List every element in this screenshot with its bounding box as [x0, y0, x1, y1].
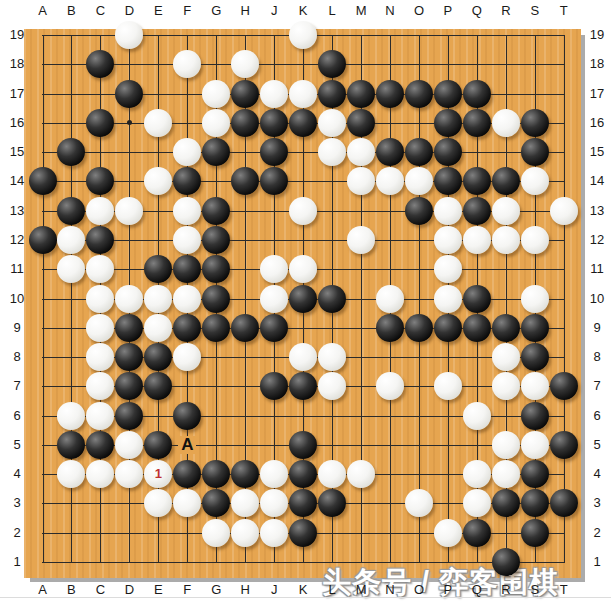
white-stone	[521, 285, 549, 313]
grid-line-vertical	[43, 35, 44, 563]
white-stone	[492, 226, 520, 254]
col-label-bottom: B	[61, 582, 81, 597]
black-stone	[434, 314, 462, 342]
black-stone	[550, 431, 578, 459]
white-stone	[492, 460, 520, 488]
white-stone	[144, 109, 172, 137]
black-stone	[115, 80, 143, 108]
black-stone	[463, 197, 491, 225]
white-stone	[260, 80, 288, 108]
black-stone	[347, 109, 375, 137]
col-label-bottom: N	[380, 582, 400, 597]
black-stone	[173, 402, 201, 430]
white-stone	[492, 197, 520, 225]
col-label-top: P	[438, 3, 458, 18]
col-label-bottom: Q	[467, 582, 487, 597]
white-stone	[202, 80, 230, 108]
col-label-bottom: J	[264, 582, 284, 597]
black-stone	[57, 197, 85, 225]
row-label-right: 11	[584, 261, 610, 276]
black-stone	[289, 285, 317, 313]
col-label-top: O	[409, 3, 429, 18]
white-stone	[173, 285, 201, 313]
col-label-bottom: P	[438, 582, 458, 597]
col-label-bottom: S	[525, 582, 545, 597]
row-label-right: 17	[584, 86, 610, 101]
black-stone	[521, 519, 549, 547]
col-label-top: T	[554, 3, 574, 18]
row-label-right: 19	[584, 27, 610, 42]
row-label-left: 7	[4, 378, 30, 393]
col-label-bottom: H	[235, 582, 255, 597]
white-stone	[289, 21, 317, 49]
row-label-left: 9	[4, 320, 30, 335]
point-letter-marker: A	[178, 436, 196, 454]
white-stone	[260, 519, 288, 547]
black-stone	[115, 402, 143, 430]
white-stone	[434, 255, 462, 283]
black-stone	[521, 109, 549, 137]
black-stone	[405, 197, 433, 225]
row-label-right: 10	[584, 291, 610, 306]
col-label-bottom: M	[351, 582, 371, 597]
white-stone	[434, 197, 462, 225]
page-divider	[0, 597, 611, 598]
black-stone	[405, 138, 433, 166]
col-label-top: L	[322, 3, 342, 18]
white-stone	[289, 80, 317, 108]
white-stone	[115, 197, 143, 225]
row-label-right: 9	[584, 320, 610, 335]
go-diagram-page: 头条号 / 弈客围棋 AABBCCDDEEFFGGHHJJKKLLMMNNOOP…	[0, 0, 611, 601]
row-label-right: 2	[584, 525, 610, 540]
black-stone	[260, 109, 288, 137]
white-stone	[463, 226, 491, 254]
black-stone	[289, 431, 317, 459]
col-label-top: C	[90, 3, 110, 18]
white-stone	[521, 226, 549, 254]
grid-line-vertical	[564, 35, 565, 563]
black-stone	[376, 80, 404, 108]
white-stone	[115, 285, 143, 313]
black-stone	[463, 80, 491, 108]
black-stone	[29, 226, 57, 254]
move-number-marker: 1	[144, 460, 172, 488]
black-stone	[202, 197, 230, 225]
col-label-top: A	[33, 3, 53, 18]
row-label-left: 19	[4, 27, 30, 42]
white-stone	[202, 519, 230, 547]
black-stone	[521, 314, 549, 342]
black-stone	[492, 548, 520, 576]
black-stone	[29, 167, 57, 195]
row-label-left: 6	[4, 408, 30, 423]
row-label-left: 16	[4, 115, 30, 130]
black-stone	[202, 285, 230, 313]
row-label-right: 15	[584, 144, 610, 159]
black-stone	[463, 519, 491, 547]
row-label-right: 3	[584, 495, 610, 510]
white-stone	[173, 197, 201, 225]
row-label-left: 1	[4, 554, 30, 569]
black-stone	[202, 314, 230, 342]
row-label-left: 10	[4, 291, 30, 306]
black-stone	[231, 80, 259, 108]
black-stone	[405, 80, 433, 108]
black-stone	[463, 109, 491, 137]
white-stone	[57, 402, 85, 430]
grid-line-vertical	[419, 35, 420, 563]
col-label-bottom: F	[177, 582, 197, 597]
row-label-left: 3	[4, 495, 30, 510]
black-stone	[289, 519, 317, 547]
black-stone	[376, 138, 404, 166]
row-label-left: 11	[4, 261, 30, 276]
white-stone	[434, 285, 462, 313]
col-label-top: D	[119, 3, 139, 18]
col-label-top: H	[235, 3, 255, 18]
white-stone	[492, 109, 520, 137]
black-stone	[521, 402, 549, 430]
white-stone	[492, 431, 520, 459]
white-stone	[434, 226, 462, 254]
white-stone	[492, 343, 520, 371]
row-label-right: 6	[584, 408, 610, 423]
col-label-top: N	[380, 3, 400, 18]
row-label-right: 8	[584, 349, 610, 364]
row-label-left: 5	[4, 437, 30, 452]
col-label-bottom: G	[206, 582, 226, 597]
row-label-left: 18	[4, 56, 30, 71]
col-label-top: F	[177, 3, 197, 18]
white-stone	[550, 197, 578, 225]
row-label-right: 13	[584, 203, 610, 218]
black-stone	[376, 314, 404, 342]
white-stone	[231, 519, 259, 547]
black-stone	[231, 314, 259, 342]
black-stone	[318, 80, 346, 108]
col-label-bottom: T	[554, 582, 574, 597]
white-stone	[347, 138, 375, 166]
black-stone	[231, 109, 259, 137]
row-label-right: 4	[584, 466, 610, 481]
col-label-top: S	[525, 3, 545, 18]
black-stone	[492, 314, 520, 342]
col-label-bottom: A	[33, 582, 53, 597]
col-label-bottom: L	[322, 582, 342, 597]
black-stone	[289, 109, 317, 137]
row-label-left: 15	[4, 144, 30, 159]
row-label-left: 17	[4, 86, 30, 101]
black-stone	[318, 285, 346, 313]
white-stone	[260, 285, 288, 313]
row-label-left: 14	[4, 173, 30, 188]
white-stone	[202, 109, 230, 137]
white-stone	[289, 197, 317, 225]
white-stone	[86, 285, 114, 313]
black-stone	[521, 343, 549, 371]
black-stone	[115, 314, 143, 342]
col-label-top: M	[351, 3, 371, 18]
col-label-bottom: O	[409, 582, 429, 597]
white-stone	[289, 343, 317, 371]
col-label-top: K	[293, 3, 313, 18]
col-label-bottom: E	[148, 582, 168, 597]
row-label-left: 12	[4, 232, 30, 247]
black-stone	[260, 314, 288, 342]
col-label-bottom: K	[293, 582, 313, 597]
white-stone	[347, 226, 375, 254]
row-label-left: 13	[4, 203, 30, 218]
black-stone	[463, 285, 491, 313]
col-label-bottom: R	[496, 582, 516, 597]
col-label-top: G	[206, 3, 226, 18]
white-stone	[144, 314, 172, 342]
col-label-top: J	[264, 3, 284, 18]
black-stone	[434, 138, 462, 166]
row-label-right: 5	[584, 437, 610, 452]
white-stone	[463, 402, 491, 430]
white-stone	[144, 285, 172, 313]
row-label-right: 16	[584, 115, 610, 130]
row-label-right: 7	[584, 378, 610, 393]
col-label-bottom: C	[90, 582, 110, 597]
white-stone	[376, 285, 404, 313]
white-stone	[318, 109, 346, 137]
row-label-right: 12	[584, 232, 610, 247]
white-stone	[463, 460, 491, 488]
white-stone	[521, 372, 549, 400]
col-label-top: Q	[467, 3, 487, 18]
black-stone	[463, 314, 491, 342]
black-stone	[434, 80, 462, 108]
black-stone	[173, 314, 201, 342]
white-stone	[318, 138, 346, 166]
row-label-right: 14	[584, 173, 610, 188]
col-label-top: R	[496, 3, 516, 18]
black-stone	[521, 138, 549, 166]
black-stone	[521, 460, 549, 488]
row-label-left: 2	[4, 525, 30, 540]
white-stone	[86, 197, 114, 225]
row-label-left: 4	[4, 466, 30, 481]
row-label-right: 18	[584, 56, 610, 71]
col-label-top: E	[148, 3, 168, 18]
black-stone	[405, 314, 433, 342]
black-stone	[347, 80, 375, 108]
black-stone	[550, 372, 578, 400]
col-label-top: B	[61, 3, 81, 18]
black-stone	[434, 109, 462, 137]
white-stone	[86, 402, 114, 430]
col-label-bottom: D	[119, 582, 139, 597]
white-stone	[318, 343, 346, 371]
row-label-right: 1	[584, 554, 610, 569]
white-stone	[521, 431, 549, 459]
white-stone	[434, 519, 462, 547]
row-label-left: 8	[4, 349, 30, 364]
